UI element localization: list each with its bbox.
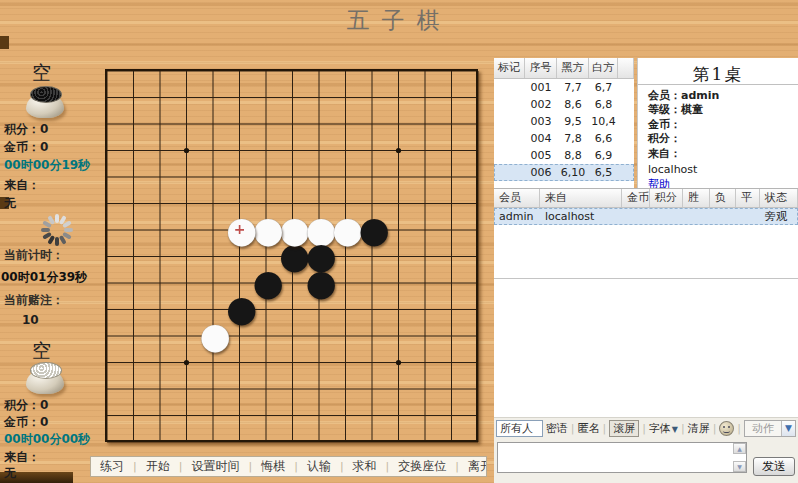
current-bet-value: 10	[22, 313, 39, 327]
white-stones-bowl-icon	[26, 362, 64, 394]
current-clock-value: 00时01分39秒	[1, 269, 87, 286]
bottom-coins: 金币：0	[4, 414, 48, 431]
table-number-title: 第1桌	[638, 58, 798, 84]
menu-item-swap-seats[interactable]: 交换座位	[398, 458, 446, 475]
member-row-selected[interactable]: admin localhost 旁观	[494, 208, 798, 225]
move-row[interactable]: 0058,86,9	[494, 147, 634, 164]
top-from-label: 来自：	[4, 177, 40, 194]
whisper-toggle[interactable]: 密语	[546, 421, 568, 436]
audience-select[interactable]: 所有人	[496, 420, 543, 437]
gomoku-app-window: 五子棋 空 积分：0 金币：0 00时00分19秒 来自： 无	[0, 0, 798, 483]
info-from: 来自：	[638, 147, 798, 161]
menu-item-resign[interactable]: 认输	[307, 458, 331, 475]
game-menu-bar: 练习| 开始| 设置时间| 悔棋| 认输| 求和| 交换座位| 离开座位| 退出	[90, 456, 487, 477]
menu-item-start[interactable]: 开始	[146, 458, 170, 475]
chat-toolbar: 所有人 密语 | 匿名 | 滚屏 | 字体▼ | 清屏 | | 动作 ▼	[494, 417, 798, 438]
top-score: 积分：0	[4, 121, 48, 138]
current-clock-label: 当前计时：	[4, 247, 64, 264]
bottom-from-label: 来自：	[4, 449, 40, 466]
chat-input-area: ▲ ▼ 发送	[494, 438, 798, 483]
spinner-icon	[38, 211, 76, 249]
send-button[interactable]: 发送	[753, 457, 795, 476]
move-list-table: 标记 序号 黑方 白方 0017,76,7 0028,66,8 0039,510…	[494, 58, 634, 188]
menu-item-draw[interactable]: 求和	[353, 458, 377, 475]
top-from-value: 无	[4, 195, 16, 212]
menu-separator: |	[455, 460, 459, 473]
emoticon-icon[interactable]	[719, 421, 734, 436]
action-dropdown[interactable]: 动作 ▼	[744, 420, 796, 437]
game-board[interactable]: ●●●●●●●●●●●●+	[93, 57, 493, 457]
scroll-up-button[interactable]: ▲	[733, 443, 746, 454]
info-score: 积分：	[638, 132, 798, 146]
move-row[interactable]: 0047,86,6	[494, 130, 634, 147]
menu-separator: |	[133, 460, 137, 473]
bottom-score: 积分：0	[4, 397, 48, 414]
move-row[interactable]: 0039,510,4	[494, 113, 634, 130]
chat-input[interactable]	[498, 443, 733, 472]
move-table-header: 标记 序号 黑方 白方	[494, 58, 634, 79]
menu-separator: |	[386, 460, 390, 473]
scroll-down-button[interactable]: ▼	[733, 461, 746, 472]
member-table: 会员 来自 金币 积分 胜 负 平 状态 admin localhost 旁观	[494, 188, 798, 278]
anonymous-toggle[interactable]: 匿名	[577, 421, 599, 436]
host-address: localhost	[638, 161, 798, 176]
board-grid	[93, 57, 493, 457]
menu-item-practice[interactable]: 练习	[100, 458, 124, 475]
top-coins: 金币：0	[4, 139, 48, 156]
chevron-down-icon: ▼	[672, 425, 678, 434]
page-title: 五子棋	[0, 5, 798, 36]
bottom-from-value: 无	[4, 465, 16, 482]
menu-item-undo[interactable]: 悔棋	[261, 458, 285, 475]
member-table-header: 会员 来自 金币 积分 胜 负 平 状态	[494, 189, 798, 208]
menu-separator: |	[340, 460, 344, 473]
info-member: 会员：admin	[638, 89, 798, 103]
info-rank: 等级：棋童	[638, 103, 798, 117]
clear-screen-button[interactable]: 清屏	[688, 421, 710, 436]
black-stones-bowl-icon	[26, 86, 64, 118]
top-timer: 00时00分19秒	[4, 157, 90, 174]
menu-item-set-time[interactable]: 设置时间	[191, 458, 239, 475]
menu-separator: |	[248, 460, 252, 473]
info-coins: 金币：	[638, 118, 798, 132]
input-scrollbar: ▲ ▼	[733, 443, 746, 472]
current-bet-label: 当前赌注：	[4, 292, 64, 309]
move-row-selected[interactable]: 0066,106,5	[494, 164, 634, 181]
font-dropdown[interactable]: 字体▼	[649, 421, 678, 436]
bottom-timer: 00时00分00秒	[4, 431, 90, 448]
left-player-column: 空 积分：0 金币：0 00时00分19秒 来自： 无	[0, 0, 92, 483]
bottom-seat-label: 空	[32, 338, 51, 364]
move-row[interactable]: 0028,66,8	[494, 96, 634, 113]
chat-input-box: ▲ ▼	[497, 442, 747, 473]
move-row[interactable]: 0017,76,7	[494, 79, 634, 96]
menu-separator: |	[179, 460, 183, 473]
chevron-down-icon: ▼	[781, 421, 795, 436]
autoscroll-toggle[interactable]: 滚屏	[609, 420, 639, 437]
top-seat-label: 空	[32, 60, 51, 86]
menu-separator: |	[294, 460, 298, 473]
menu-item-leave-seat[interactable]: 离开座位	[468, 458, 487, 475]
table-info-panel: 第1桌 会员：admin 等级：棋童 金币： 积分： 来自： localhost…	[637, 58, 798, 188]
chat-log-area[interactable]	[494, 278, 798, 417]
